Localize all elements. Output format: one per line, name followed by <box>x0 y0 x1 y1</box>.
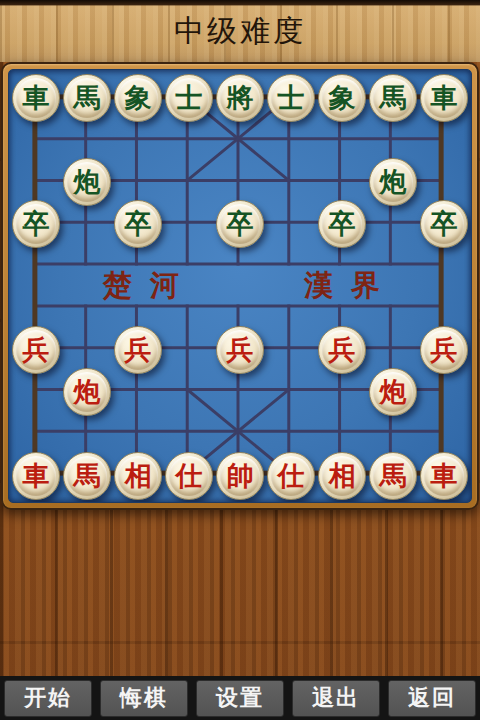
title-bar: 中级难度 <box>0 0 480 62</box>
piece-black-馬[interactable]: 馬 <box>63 74 111 122</box>
start-button[interactable]: 开始 <box>4 680 92 717</box>
piece-glyph: 仕 <box>169 456 209 496</box>
piece-glyph: 馬 <box>373 78 413 118</box>
piece-glyph: 炮 <box>67 372 107 412</box>
piece-glyph: 兵 <box>118 330 158 370</box>
page-title: 中级难度 <box>0 0 480 62</box>
piece-black-馬[interactable]: 馬 <box>369 74 417 122</box>
piece-red-炮[interactable]: 炮 <box>63 368 111 416</box>
piece-glyph: 車 <box>424 456 464 496</box>
piece-red-車[interactable]: 車 <box>12 452 60 500</box>
river-label-chu: 楚河 <box>85 266 197 306</box>
piece-glyph: 士 <box>271 78 311 118</box>
piece-red-仕[interactable]: 仕 <box>267 452 315 500</box>
piece-glyph: 象 <box>322 78 362 118</box>
piece-red-帥[interactable]: 帥 <box>216 452 264 500</box>
piece-black-車[interactable]: 車 <box>420 74 468 122</box>
piece-glyph: 馬 <box>67 78 107 118</box>
piece-glyph: 卒 <box>424 204 464 244</box>
xiangqi-app: { "app": { "title": "中级难度" }, "game": { … <box>0 0 480 720</box>
piece-glyph: 車 <box>16 456 56 496</box>
piece-glyph: 馬 <box>67 456 107 496</box>
piece-black-炮[interactable]: 炮 <box>63 158 111 206</box>
piece-glyph: 炮 <box>67 162 107 202</box>
river-label-han: 漢界 <box>286 266 398 306</box>
bottom-toolbar: 开始悔棋设置退出返回 <box>0 676 480 720</box>
piece-red-相[interactable]: 相 <box>114 452 162 500</box>
piece-black-士[interactable]: 士 <box>165 74 213 122</box>
piece-black-卒[interactable]: 卒 <box>12 200 60 248</box>
piece-red-兵[interactable]: 兵 <box>420 326 468 374</box>
piece-red-兵[interactable]: 兵 <box>216 326 264 374</box>
piece-black-將[interactable]: 將 <box>216 74 264 122</box>
piece-glyph: 炮 <box>373 162 413 202</box>
piece-black-卒[interactable]: 卒 <box>114 200 162 248</box>
piece-glyph: 兵 <box>16 330 56 370</box>
piece-red-兵[interactable]: 兵 <box>12 326 60 374</box>
piece-glyph: 相 <box>322 456 362 496</box>
piece-black-卒[interactable]: 卒 <box>216 200 264 248</box>
piece-glyph: 象 <box>118 78 158 118</box>
back-button[interactable]: 返回 <box>388 680 476 717</box>
piece-black-象[interactable]: 象 <box>318 74 366 122</box>
piece-glyph: 仕 <box>271 456 311 496</box>
board-frame: 楚河 漢界 車馬象士將士象馬車炮炮卒卒卒卒卒兵兵兵兵兵炮炮車馬相仕帥仕相馬車 <box>1 62 479 510</box>
piece-glyph: 卒 <box>322 204 362 244</box>
piece-glyph: 炮 <box>373 372 413 412</box>
piece-glyph: 車 <box>424 78 464 118</box>
piece-red-相[interactable]: 相 <box>318 452 366 500</box>
piece-glyph: 士 <box>169 78 209 118</box>
undo-button[interactable]: 悔棋 <box>100 680 188 717</box>
piece-black-士[interactable]: 士 <box>267 74 315 122</box>
piece-black-象[interactable]: 象 <box>114 74 162 122</box>
piece-red-仕[interactable]: 仕 <box>165 452 213 500</box>
piece-black-車[interactable]: 車 <box>12 74 60 122</box>
piece-glyph: 兵 <box>322 330 362 370</box>
settings-button[interactable]: 设置 <box>196 680 284 717</box>
piece-black-卒[interactable]: 卒 <box>420 200 468 248</box>
piece-glyph: 馬 <box>373 456 413 496</box>
piece-glyph: 車 <box>16 78 56 118</box>
piece-red-兵[interactable]: 兵 <box>318 326 366 374</box>
piece-glyph: 兵 <box>220 330 260 370</box>
piece-black-炮[interactable]: 炮 <box>369 158 417 206</box>
piece-red-車[interactable]: 車 <box>420 452 468 500</box>
piece-glyph: 將 <box>220 78 260 118</box>
piece-glyph: 卒 <box>118 204 158 244</box>
piece-glyph: 帥 <box>220 456 260 496</box>
piece-glyph: 卒 <box>16 204 56 244</box>
piece-black-卒[interactable]: 卒 <box>318 200 366 248</box>
piece-glyph: 兵 <box>424 330 464 370</box>
piece-glyph: 相 <box>118 456 158 496</box>
exit-button[interactable]: 退出 <box>292 680 380 717</box>
piece-red-炮[interactable]: 炮 <box>369 368 417 416</box>
piece-red-馬[interactable]: 馬 <box>63 452 111 500</box>
piece-glyph: 卒 <box>220 204 260 244</box>
board-grid <box>9 70 471 502</box>
board-surface[interactable]: 楚河 漢界 車馬象士將士象馬車炮炮卒卒卒卒卒兵兵兵兵兵炮炮車馬相仕帥仕相馬車 <box>8 69 472 503</box>
piece-red-馬[interactable]: 馬 <box>369 452 417 500</box>
piece-red-兵[interactable]: 兵 <box>114 326 162 374</box>
